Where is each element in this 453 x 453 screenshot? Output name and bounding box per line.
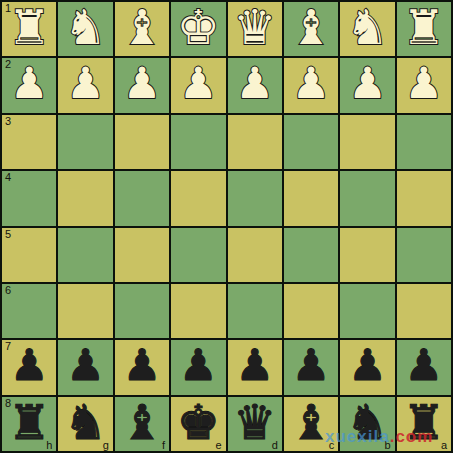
square-e7[interactable]: ♟ [171,340,225,394]
square-c1[interactable]: ♝ [284,2,338,56]
square-e1[interactable]: ♚ [171,2,225,56]
black-pawn: ♟ [123,344,162,387]
square-c8[interactable]: c♝ [284,397,338,451]
chess-board-wrapper: 1♜♞♝♚♛♝♞♜2♟♟♟♟♟♟♟♟34567♟♟♟♟♟♟♟♟8h♜g♞f♝e♚… [0,0,453,453]
square-e6[interactable] [171,284,225,338]
square-e4[interactable] [171,171,225,225]
square-d1[interactable]: ♛ [228,2,282,56]
black-pawn: ♟ [405,344,444,387]
black-bishop: ♝ [120,398,163,446]
square-a5[interactable] [397,228,451,282]
white-pawn: ♟ [348,62,387,105]
black-knight: ♞ [346,398,389,446]
square-h3[interactable]: 3 [2,115,56,169]
square-b5[interactable] [340,228,394,282]
chess-board: 1♜♞♝♚♛♝♞♜2♟♟♟♟♟♟♟♟34567♟♟♟♟♟♟♟♟8h♜g♞f♝e♚… [0,0,453,453]
square-a2[interactable]: ♟ [397,58,451,112]
square-g2[interactable]: ♟ [58,58,112,112]
white-knight: ♞ [346,3,389,51]
black-pawn: ♟ [235,344,274,387]
white-king: ♚ [177,3,220,51]
white-pawn: ♟ [292,62,331,105]
black-pawn: ♟ [292,344,331,387]
square-c6[interactable] [284,284,338,338]
square-f6[interactable] [115,284,169,338]
black-queen: ♛ [233,398,276,446]
square-e3[interactable] [171,115,225,169]
white-pawn: ♟ [235,62,274,105]
square-c2[interactable]: ♟ [284,58,338,112]
square-d5[interactable] [228,228,282,282]
square-c3[interactable] [284,115,338,169]
rank-label-6: 6 [5,284,11,297]
square-b2[interactable]: ♟ [340,58,394,112]
square-d2[interactable]: ♟ [228,58,282,112]
square-g4[interactable] [58,171,112,225]
square-g1[interactable]: ♞ [58,2,112,56]
white-pawn: ♟ [10,62,49,105]
square-h7[interactable]: 7♟ [2,340,56,394]
white-rook: ♜ [402,3,445,51]
square-f4[interactable] [115,171,169,225]
square-c4[interactable] [284,171,338,225]
square-d3[interactable] [228,115,282,169]
square-g7[interactable]: ♟ [58,340,112,394]
square-e5[interactable] [171,228,225,282]
square-f1[interactable]: ♝ [115,2,169,56]
square-h8[interactable]: 8h♜ [2,397,56,451]
square-h2[interactable]: 2♟ [2,58,56,112]
square-a3[interactable] [397,115,451,169]
white-pawn: ♟ [66,62,105,105]
square-h4[interactable]: 4 [2,171,56,225]
black-pawn: ♟ [179,344,218,387]
square-a8[interactable]: a♜ [397,397,451,451]
square-a7[interactable]: ♟ [397,340,451,394]
rank-label-5: 5 [5,228,11,241]
square-f2[interactable]: ♟ [115,58,169,112]
white-pawn: ♟ [179,62,218,105]
square-d8[interactable]: d♛ [228,397,282,451]
square-b3[interactable] [340,115,394,169]
square-f5[interactable] [115,228,169,282]
black-pawn: ♟ [66,344,105,387]
square-c7[interactable]: ♟ [284,340,338,394]
white-rook: ♜ [8,3,51,51]
square-g5[interactable] [58,228,112,282]
white-bishop: ♝ [120,3,163,51]
rank-label-3: 3 [5,115,11,128]
black-pawn: ♟ [348,344,387,387]
white-pawn: ♟ [123,62,162,105]
black-rook: ♜ [8,398,51,446]
black-pawn: ♟ [10,344,49,387]
square-b8[interactable]: b♞ [340,397,394,451]
square-d6[interactable] [228,284,282,338]
white-pawn: ♟ [405,62,444,105]
square-b6[interactable] [340,284,394,338]
square-d4[interactable] [228,171,282,225]
square-d7[interactable]: ♟ [228,340,282,394]
square-g8[interactable]: g♞ [58,397,112,451]
square-a4[interactable] [397,171,451,225]
square-b7[interactable]: ♟ [340,340,394,394]
square-f8[interactable]: f♝ [115,397,169,451]
square-g3[interactable] [58,115,112,169]
square-h5[interactable]: 5 [2,228,56,282]
square-b1[interactable]: ♞ [340,2,394,56]
square-a1[interactable]: ♜ [397,2,451,56]
white-knight: ♞ [64,3,107,51]
black-bishop: ♝ [290,398,333,446]
square-f7[interactable]: ♟ [115,340,169,394]
rank-label-4: 4 [5,171,11,184]
square-b4[interactable] [340,171,394,225]
white-queen: ♛ [233,3,276,51]
black-rook: ♜ [402,398,445,446]
square-a6[interactable] [397,284,451,338]
square-h1[interactable]: 1♜ [2,2,56,56]
square-g6[interactable] [58,284,112,338]
black-king: ♚ [177,398,220,446]
square-e2[interactable]: ♟ [171,58,225,112]
square-f3[interactable] [115,115,169,169]
square-c5[interactable] [284,228,338,282]
black-knight: ♞ [64,398,107,446]
white-bishop: ♝ [290,3,333,51]
square-h6[interactable]: 6 [2,284,56,338]
square-e8[interactable]: e♚ [171,397,225,451]
